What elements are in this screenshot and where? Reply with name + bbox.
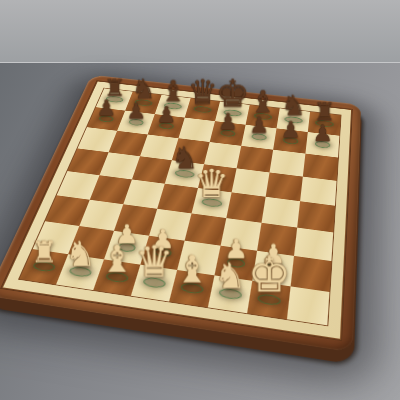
piece-black-pawn[interactable]: ♟: [146, 104, 186, 126]
piece-glyph: ♜: [31, 236, 58, 266]
piece-white-king[interactable]: ♚: [244, 251, 295, 299]
piece-glyph: ♟: [249, 115, 269, 137]
piece-glyph: ♚: [247, 251, 290, 299]
piece-glyph: ♟: [218, 111, 238, 133]
piece-glyph: ♟: [157, 104, 177, 126]
piece-glyph: ♟: [281, 118, 301, 140]
piece-glyph: ♝: [175, 251, 209, 289]
chess-board: ♜♞♝♛♚♝♞♜♟♟♟♟♟♟♟♞♛♟♟♟♟♜♞♝♛♝♞♚: [0, 75, 361, 353]
piece-glyph: ♞: [65, 237, 96, 272]
piece-glyph: ♞: [214, 258, 246, 294]
photo-background: ♜♞♝♛♚♝♞♜♟♟♟♟♟♟♟♞♛♟♟♟♟♜♞♝♛♝♞♚: [0, 0, 400, 400]
piece-glyph: ♟: [126, 101, 146, 123]
piece-glyph: ♟: [313, 122, 333, 145]
piece-glyph: ♟: [97, 97, 116, 119]
piece-black-pawn[interactable]: ♟: [302, 122, 343, 145]
scene: ♜♞♝♛♚♝♞♜♟♟♟♟♟♟♟♞♛♟♟♟♟♜♞♝♛♝♞♚: [0, 0, 400, 400]
piece-glyph: ♛: [194, 164, 229, 203]
piece-white-queen[interactable]: ♛: [189, 164, 234, 203]
